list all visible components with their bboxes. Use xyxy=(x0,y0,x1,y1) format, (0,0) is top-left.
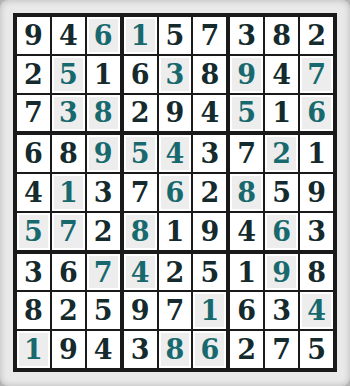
cell-r7c9: 8 xyxy=(300,254,333,291)
cell-r3c9: 6 xyxy=(300,95,333,132)
cell-r9c6: 6 xyxy=(193,331,226,368)
cell-r6c2: 7 xyxy=(52,213,85,250)
cell-r1c3: 6 xyxy=(87,17,120,54)
cell-r6c3: 2 xyxy=(87,213,120,250)
cell-r2c2: 5 xyxy=(52,56,85,93)
cell-r4c8: 2 xyxy=(265,135,298,172)
box-2-3: 721859463 xyxy=(230,135,333,249)
cell-r6c7: 4 xyxy=(230,213,263,250)
cell-r3c3: 8 xyxy=(87,95,120,132)
cell-r9c8: 7 xyxy=(265,331,298,368)
cell-r9c5: 8 xyxy=(159,331,192,368)
cell-r6c4: 8 xyxy=(124,213,157,250)
cell-r9c2: 9 xyxy=(52,331,85,368)
cell-r1c4: 1 xyxy=(124,17,157,54)
cell-r7c4: 4 xyxy=(124,254,157,291)
cell-r5c3: 3 xyxy=(87,174,120,211)
box-3-2: 425971386 xyxy=(124,254,227,368)
box-1-1: 946251738 xyxy=(17,17,120,131)
cell-r3c7: 5 xyxy=(230,95,263,132)
cell-r6c9: 3 xyxy=(300,213,333,250)
box-2-2: 543762819 xyxy=(124,135,227,249)
cell-r5c5: 6 xyxy=(159,174,192,211)
cell-r1c6: 7 xyxy=(193,17,226,54)
cell-r5c6: 2 xyxy=(193,174,226,211)
cell-r2c6: 8 xyxy=(193,56,226,93)
cell-r8c7: 6 xyxy=(230,292,263,329)
cell-r4c5: 4 xyxy=(159,135,192,172)
cell-r2c9: 7 xyxy=(300,56,333,93)
cell-r2c8: 4 xyxy=(265,56,298,93)
cell-r5c1: 4 xyxy=(17,174,50,211)
box-2-1: 689413572 xyxy=(17,135,120,249)
cell-r7c7: 1 xyxy=(230,254,263,291)
cell-r9c3: 4 xyxy=(87,331,120,368)
cell-r2c5: 3 xyxy=(159,56,192,93)
cell-r6c1: 5 xyxy=(17,213,50,250)
cell-r7c2: 6 xyxy=(52,254,85,291)
cell-r4c1: 6 xyxy=(17,135,50,172)
box-1-3: 382947516 xyxy=(230,17,333,131)
cell-r1c8: 8 xyxy=(265,17,298,54)
cell-r8c8: 3 xyxy=(265,292,298,329)
cell-r3c2: 3 xyxy=(52,95,85,132)
cell-r1c2: 4 xyxy=(52,17,85,54)
cell-r3c1: 7 xyxy=(17,95,50,132)
cell-r2c3: 1 xyxy=(87,56,120,93)
cell-r8c5: 7 xyxy=(159,292,192,329)
cell-r6c5: 1 xyxy=(159,213,192,250)
cell-r2c7: 9 xyxy=(230,56,263,93)
cell-r4c4: 5 xyxy=(124,135,157,172)
cell-r4c9: 1 xyxy=(300,135,333,172)
cell-r5c7: 8 xyxy=(230,174,263,211)
cell-r9c9: 5 xyxy=(300,331,333,368)
cell-r1c7: 3 xyxy=(230,17,263,54)
cell-r4c6: 3 xyxy=(193,135,226,172)
cell-r3c8: 1 xyxy=(265,95,298,132)
cell-r7c3: 7 xyxy=(87,254,120,291)
cell-r8c3: 5 xyxy=(87,292,120,329)
box-1-2: 157638294 xyxy=(124,17,227,131)
box-3-3: 198634275 xyxy=(230,254,333,368)
cell-r1c9: 2 xyxy=(300,17,333,54)
cell-r9c7: 2 xyxy=(230,331,263,368)
cell-r7c8: 9 xyxy=(265,254,298,291)
sudoku-panel: 9462517381576382943829475166894135725437… xyxy=(0,0,350,386)
cell-r3c5: 9 xyxy=(159,95,192,132)
cell-r3c4: 2 xyxy=(124,95,157,132)
cell-r5c2: 1 xyxy=(52,174,85,211)
cell-r5c9: 9 xyxy=(300,174,333,211)
cell-r7c5: 2 xyxy=(159,254,192,291)
sudoku-board: 9462517381576382943829475166894135725437… xyxy=(13,13,337,372)
cell-r2c1: 2 xyxy=(17,56,50,93)
cell-r5c8: 5 xyxy=(265,174,298,211)
cell-r7c1: 3 xyxy=(17,254,50,291)
box-3-1: 367825194 xyxy=(17,254,120,368)
cell-r3c6: 4 xyxy=(193,95,226,132)
cell-r8c9: 4 xyxy=(300,292,333,329)
cell-r4c7: 7 xyxy=(230,135,263,172)
cell-r4c2: 8 xyxy=(52,135,85,172)
cell-r8c1: 8 xyxy=(17,292,50,329)
cell-r2c4: 6 xyxy=(124,56,157,93)
cell-r8c4: 9 xyxy=(124,292,157,329)
cell-r4c3: 9 xyxy=(87,135,120,172)
cell-r5c4: 7 xyxy=(124,174,157,211)
cell-r9c1: 1 xyxy=(17,331,50,368)
cell-r6c6: 9 xyxy=(193,213,226,250)
cell-r7c6: 5 xyxy=(193,254,226,291)
cell-r6c8: 6 xyxy=(265,213,298,250)
cell-r1c1: 9 xyxy=(17,17,50,54)
cell-r9c4: 3 xyxy=(124,331,157,368)
cell-r1c5: 5 xyxy=(159,17,192,54)
cell-r8c2: 2 xyxy=(52,292,85,329)
cell-r8c6: 1 xyxy=(193,292,226,329)
